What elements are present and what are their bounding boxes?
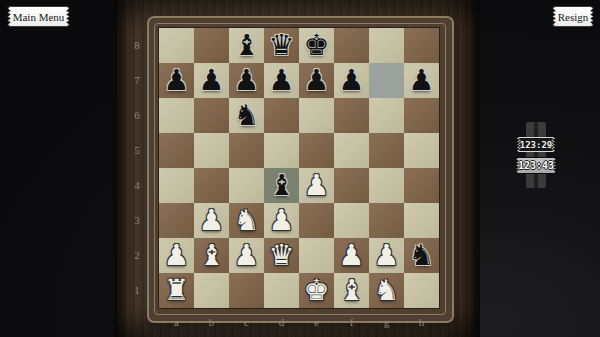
chess-board: ♝♛♚♟♟♟♟♟♟♟♞♝♟♟♞♟♟♝♟♛♟♟♞♜♚♝♞ — [159, 28, 439, 308]
piece-white-pawn[interactable]: ♟ — [334, 238, 369, 273]
square-a5[interactable] — [159, 133, 194, 168]
rank-label-2: 2 — [130, 238, 144, 273]
piece-black-queen[interactable]: ♛ — [264, 28, 299, 63]
square-b4[interactable] — [194, 168, 229, 203]
square-d1[interactable] — [264, 273, 299, 308]
square-g8[interactable] — [369, 28, 404, 63]
square-h8[interactable] — [404, 28, 439, 63]
piece-black-pawn[interactable]: ♟ — [299, 63, 334, 98]
square-h1[interactable] — [404, 273, 439, 308]
square-g3[interactable] — [369, 203, 404, 238]
square-b3[interactable]: ♟ — [194, 203, 229, 238]
square-e5[interactable] — [299, 133, 334, 168]
square-c3[interactable]: ♞ — [229, 203, 264, 238]
square-g1[interactable]: ♞ — [369, 273, 404, 308]
square-b2[interactable]: ♝ — [194, 238, 229, 273]
square-h2[interactable]: ♞ — [404, 238, 439, 273]
square-e2[interactable] — [299, 238, 334, 273]
square-d7[interactable]: ♟ — [264, 63, 299, 98]
piece-black-pawn[interactable]: ♟ — [404, 63, 439, 98]
square-c2[interactable]: ♟ — [229, 238, 264, 273]
square-a6[interactable] — [159, 98, 194, 133]
square-c6[interactable]: ♞ — [229, 98, 264, 133]
piece-black-knight[interactable]: ♞ — [404, 238, 439, 273]
rank-label-8: 8 — [130, 28, 144, 63]
piece-white-pawn[interactable]: ♟ — [299, 168, 334, 203]
rank-label-4: 4 — [130, 168, 144, 203]
square-f6[interactable] — [334, 98, 369, 133]
file-label-f: f — [334, 313, 369, 331]
square-f4[interactable] — [334, 168, 369, 203]
square-d8[interactable]: ♛ — [264, 28, 299, 63]
square-h7[interactable]: ♟ — [404, 63, 439, 98]
square-f2[interactable]: ♟ — [334, 238, 369, 273]
clock-white-active: 123:43 — [515, 157, 557, 174]
piece-black-pawn[interactable]: ♟ — [334, 63, 369, 98]
rank-label-6: 6 — [130, 98, 144, 133]
rank-label-7: 7 — [130, 63, 144, 98]
square-e6[interactable] — [299, 98, 334, 133]
rank-label-1: 1 — [130, 273, 144, 308]
square-a1[interactable]: ♜ — [159, 273, 194, 308]
square-b1[interactable] — [194, 273, 229, 308]
piece-white-bishop[interactable]: ♝ — [194, 238, 229, 273]
square-f8[interactable] — [334, 28, 369, 63]
square-e8[interactable]: ♚ — [299, 28, 334, 63]
square-e1[interactable]: ♚ — [299, 273, 334, 308]
square-g4[interactable] — [369, 168, 404, 203]
piece-black-pawn[interactable]: ♟ — [264, 63, 299, 98]
square-g6[interactable] — [369, 98, 404, 133]
rank-label-5: 5 — [130, 133, 144, 168]
square-g2[interactable]: ♟ — [369, 238, 404, 273]
square-a4[interactable] — [159, 168, 194, 203]
piece-white-knight[interactable]: ♞ — [229, 203, 264, 238]
square-b7[interactable]: ♟ — [194, 63, 229, 98]
file-label-e: e — [299, 313, 334, 331]
square-a3[interactable] — [159, 203, 194, 238]
file-label-d: d — [264, 313, 299, 331]
file-label-c: c — [229, 313, 264, 331]
square-f5[interactable] — [334, 133, 369, 168]
square-a2[interactable]: ♟ — [159, 238, 194, 273]
piece-white-rook[interactable]: ♜ — [159, 273, 194, 308]
square-e3[interactable] — [299, 203, 334, 238]
square-h5[interactable] — [404, 133, 439, 168]
square-h3[interactable] — [404, 203, 439, 238]
file-label-a: a — [159, 313, 194, 331]
main-menu-button-label: Main Menu — [8, 7, 69, 26]
square-c5[interactable] — [229, 133, 264, 168]
piece-white-queen[interactable]: ♛ — [264, 238, 299, 273]
square-f1[interactable]: ♝ — [334, 273, 369, 308]
square-h6[interactable] — [404, 98, 439, 133]
piece-black-bishop[interactable]: ♝ — [264, 168, 299, 203]
file-label-b: b — [194, 313, 229, 331]
square-b6[interactable] — [194, 98, 229, 133]
piece-white-pawn[interactable]: ♟ — [229, 238, 264, 273]
square-f7[interactable]: ♟ — [334, 63, 369, 98]
square-h4[interactable] — [404, 168, 439, 203]
square-g5[interactable] — [369, 133, 404, 168]
resign-button[interactable]: Resign — [552, 6, 594, 27]
square-a8[interactable] — [159, 28, 194, 63]
file-label-g: g — [369, 313, 404, 331]
piece-white-pawn[interactable]: ♟ — [369, 238, 404, 273]
file-label-h: h — [404, 313, 439, 331]
square-e4[interactable]: ♟ — [299, 168, 334, 203]
square-a7[interactable]: ♟ — [159, 63, 194, 98]
piece-white-knight[interactable]: ♞ — [369, 273, 404, 308]
square-g7[interactable] — [369, 63, 404, 98]
square-d4[interactable]: ♝ — [264, 168, 299, 203]
resign-button-label: Resign — [553, 7, 593, 26]
piece-black-knight[interactable]: ♞ — [229, 98, 264, 133]
clock-ribbon — [526, 122, 546, 188]
square-c1[interactable] — [229, 273, 264, 308]
piece-white-king[interactable]: ♚ — [299, 273, 334, 308]
square-b8[interactable] — [194, 28, 229, 63]
square-f3[interactable] — [334, 203, 369, 238]
piece-black-pawn[interactable]: ♟ — [229, 63, 264, 98]
square-c4[interactable] — [229, 168, 264, 203]
square-e7[interactable]: ♟ — [299, 63, 334, 98]
clock-black: 123:29 — [517, 137, 555, 152]
square-d5[interactable] — [264, 133, 299, 168]
piece-black-pawn[interactable]: ♟ — [159, 63, 194, 98]
square-d2[interactable]: ♛ — [264, 238, 299, 273]
clock-black-time: 123:29 — [518, 138, 554, 151]
main-menu-button[interactable]: Main Menu — [7, 6, 70, 27]
piece-white-pawn[interactable]: ♟ — [159, 238, 194, 273]
piece-white-pawn[interactable]: ♟ — [264, 203, 299, 238]
piece-white-bishop[interactable]: ♝ — [334, 273, 369, 308]
square-d6[interactable] — [264, 98, 299, 133]
clock-white-time: 123:43 — [516, 158, 556, 173]
square-c7[interactable]: ♟ — [229, 63, 264, 98]
rank-label-3: 3 — [130, 203, 144, 238]
piece-black-bishop[interactable]: ♝ — [229, 28, 264, 63]
square-d3[interactable]: ♟ — [264, 203, 299, 238]
piece-white-pawn[interactable]: ♟ — [194, 203, 229, 238]
square-b5[interactable] — [194, 133, 229, 168]
square-c8[interactable]: ♝ — [229, 28, 264, 63]
piece-black-king[interactable]: ♚ — [299, 28, 334, 63]
game-screen: ♝♛♚♟♟♟♟♟♟♟♞♝♟♟♞♟♟♝♟♛♟♟♞♜♚♝♞ 87654321abcd… — [0, 0, 600, 337]
piece-black-pawn[interactable]: ♟ — [194, 63, 229, 98]
